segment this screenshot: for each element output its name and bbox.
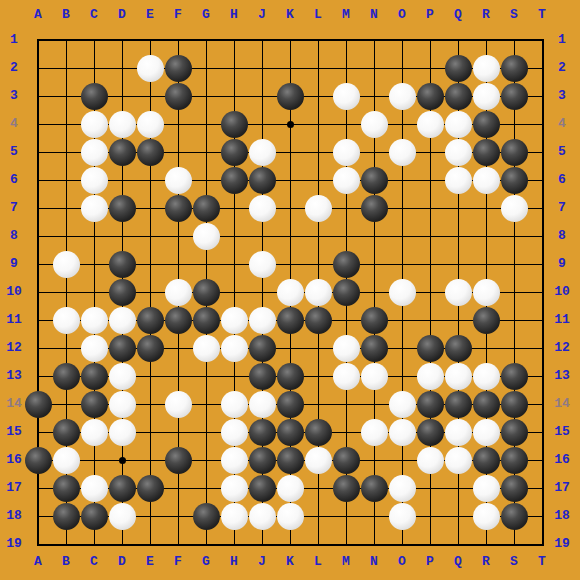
column-label-bottom-f: F bbox=[164, 554, 192, 570]
column-label-bottom-b: B bbox=[52, 554, 80, 570]
column-label-top-t: T bbox=[528, 7, 556, 23]
white-stone-f14[interactable] bbox=[165, 391, 192, 418]
black-stone-s5[interactable] bbox=[501, 139, 528, 166]
column-label-top-j: J bbox=[248, 7, 276, 23]
white-stone-q5[interactable] bbox=[445, 139, 472, 166]
black-stone-k3[interactable] bbox=[277, 83, 304, 110]
white-stone-q4[interactable] bbox=[445, 111, 472, 138]
column-label-bottom-a: A bbox=[24, 554, 52, 570]
white-stone-c6[interactable] bbox=[81, 167, 108, 194]
white-stone-o15[interactable] bbox=[389, 419, 416, 446]
white-stone-h18[interactable] bbox=[221, 503, 248, 530]
white-stone-k10[interactable] bbox=[277, 279, 304, 306]
white-stone-n4[interactable] bbox=[361, 111, 388, 138]
white-stone-g12[interactable] bbox=[193, 335, 220, 362]
white-stone-l7[interactable] bbox=[305, 195, 332, 222]
column-label-top-d: D bbox=[108, 7, 136, 23]
white-stone-m13[interactable] bbox=[333, 363, 360, 390]
white-stone-h15[interactable] bbox=[221, 419, 248, 446]
white-stone-o18[interactable] bbox=[389, 503, 416, 530]
row-label-left-1: 1 bbox=[0, 32, 28, 48]
row-label-left-5: 5 bbox=[0, 144, 28, 160]
black-stone-r14[interactable] bbox=[473, 391, 500, 418]
row-label-right-18: 18 bbox=[548, 508, 576, 524]
black-stone-d17[interactable] bbox=[109, 475, 136, 502]
black-stone-l11[interactable] bbox=[305, 307, 332, 334]
row-label-left-15: 15 bbox=[0, 424, 28, 440]
white-stone-n15[interactable] bbox=[361, 419, 388, 446]
white-stone-f10[interactable] bbox=[165, 279, 192, 306]
black-stone-m10[interactable] bbox=[333, 279, 360, 306]
row-label-right-6: 6 bbox=[548, 172, 576, 188]
black-stone-j13[interactable] bbox=[249, 363, 276, 390]
white-stone-d4[interactable] bbox=[109, 111, 136, 138]
black-stone-m17[interactable] bbox=[333, 475, 360, 502]
black-stone-b17[interactable] bbox=[53, 475, 80, 502]
white-stone-b16[interactable] bbox=[53, 447, 80, 474]
white-stone-r15[interactable] bbox=[473, 419, 500, 446]
black-stone-n12[interactable] bbox=[361, 335, 388, 362]
black-stone-m9[interactable] bbox=[333, 251, 360, 278]
white-stone-j14[interactable] bbox=[249, 391, 276, 418]
row-label-right-8: 8 bbox=[548, 228, 576, 244]
column-label-bottom-d: D bbox=[108, 554, 136, 570]
white-stone-d14[interactable] bbox=[109, 391, 136, 418]
black-stone-c18[interactable] bbox=[81, 503, 108, 530]
row-label-left-16: 16 bbox=[0, 452, 28, 468]
black-stone-b15[interactable] bbox=[53, 419, 80, 446]
black-stone-s2[interactable] bbox=[501, 55, 528, 82]
white-stone-p4[interactable] bbox=[417, 111, 444, 138]
white-stone-m3[interactable] bbox=[333, 83, 360, 110]
black-stone-s17[interactable] bbox=[501, 475, 528, 502]
white-stone-c15[interactable] bbox=[81, 419, 108, 446]
white-stone-p13[interactable] bbox=[417, 363, 444, 390]
column-label-bottom-k: K bbox=[276, 554, 304, 570]
black-stone-r11[interactable] bbox=[473, 307, 500, 334]
row-label-left-14: 14 bbox=[0, 396, 28, 412]
column-label-bottom-t: T bbox=[528, 554, 556, 570]
white-stone-c11[interactable] bbox=[81, 307, 108, 334]
column-label-top-b: B bbox=[52, 7, 80, 23]
black-stone-j15[interactable] bbox=[249, 419, 276, 446]
white-stone-c17[interactable] bbox=[81, 475, 108, 502]
column-label-bottom-r: R bbox=[472, 554, 500, 570]
black-stone-f16[interactable] bbox=[165, 447, 192, 474]
column-label-bottom-l: L bbox=[304, 554, 332, 570]
black-stone-s13[interactable] bbox=[501, 363, 528, 390]
white-stone-d13[interactable] bbox=[109, 363, 136, 390]
column-label-top-e: E bbox=[136, 7, 164, 23]
white-stone-e2[interactable] bbox=[137, 55, 164, 82]
row-label-right-11: 11 bbox=[548, 312, 576, 328]
go-board[interactable]: AABBCCDDEEFFGGHHJJKKLLMMNNOOPPQQRRSSTT11… bbox=[0, 0, 580, 580]
row-label-right-16: 16 bbox=[548, 452, 576, 468]
row-label-left-9: 9 bbox=[0, 256, 28, 272]
column-label-bottom-n: N bbox=[360, 554, 388, 570]
black-stone-k15[interactable] bbox=[277, 419, 304, 446]
white-stone-d15[interactable] bbox=[109, 419, 136, 446]
black-stone-k16[interactable] bbox=[277, 447, 304, 474]
column-label-top-h: H bbox=[220, 7, 248, 23]
black-stone-s3[interactable] bbox=[501, 83, 528, 110]
column-label-top-s: S bbox=[500, 7, 528, 23]
black-stone-k14[interactable] bbox=[277, 391, 304, 418]
black-stone-k13[interactable] bbox=[277, 363, 304, 390]
white-stone-o14[interactable] bbox=[389, 391, 416, 418]
column-label-top-l: L bbox=[304, 7, 332, 23]
column-label-top-a: A bbox=[24, 7, 52, 23]
black-stone-k11[interactable] bbox=[277, 307, 304, 334]
black-stone-g7[interactable] bbox=[193, 195, 220, 222]
white-stone-c7[interactable] bbox=[81, 195, 108, 222]
row-label-right-15: 15 bbox=[548, 424, 576, 440]
row-label-right-3: 3 bbox=[548, 88, 576, 104]
white-stone-h11[interactable] bbox=[221, 307, 248, 334]
black-stone-q14[interactable] bbox=[445, 391, 472, 418]
white-stone-f6[interactable] bbox=[165, 167, 192, 194]
white-stone-s7[interactable] bbox=[501, 195, 528, 222]
column-label-top-o: O bbox=[388, 7, 416, 23]
white-stone-q13[interactable] bbox=[445, 363, 472, 390]
white-stone-d11[interactable] bbox=[109, 307, 136, 334]
black-stone-a14[interactable] bbox=[25, 391, 52, 418]
star-point-d16 bbox=[119, 457, 126, 464]
column-label-top-k: K bbox=[276, 7, 304, 23]
white-stone-b9[interactable] bbox=[53, 251, 80, 278]
black-stone-q2[interactable] bbox=[445, 55, 472, 82]
black-stone-e11[interactable] bbox=[137, 307, 164, 334]
row-label-left-4: 4 bbox=[0, 116, 28, 132]
white-stone-c12[interactable] bbox=[81, 335, 108, 362]
black-stone-m16[interactable] bbox=[333, 447, 360, 474]
white-stone-k17[interactable] bbox=[277, 475, 304, 502]
star-point-k4 bbox=[287, 121, 294, 128]
row-label-right-12: 12 bbox=[548, 340, 576, 356]
black-stone-r4[interactable] bbox=[473, 111, 500, 138]
row-label-left-11: 11 bbox=[0, 312, 28, 328]
white-stone-h14[interactable] bbox=[221, 391, 248, 418]
white-stone-n13[interactable] bbox=[361, 363, 388, 390]
column-label-bottom-c: C bbox=[80, 554, 108, 570]
row-label-right-13: 13 bbox=[548, 368, 576, 384]
white-stone-j9[interactable] bbox=[249, 251, 276, 278]
column-label-bottom-h: H bbox=[220, 554, 248, 570]
row-label-right-4: 4 bbox=[548, 116, 576, 132]
row-label-right-17: 17 bbox=[548, 480, 576, 496]
white-stone-d18[interactable] bbox=[109, 503, 136, 530]
black-stone-s6[interactable] bbox=[501, 167, 528, 194]
row-label-left-2: 2 bbox=[0, 60, 28, 76]
column-label-top-q: Q bbox=[444, 7, 472, 23]
white-stone-j5[interactable] bbox=[249, 139, 276, 166]
white-stone-q16[interactable] bbox=[445, 447, 472, 474]
white-stone-r2[interactable] bbox=[473, 55, 500, 82]
white-stone-j11[interactable] bbox=[249, 307, 276, 334]
black-stone-c3[interactable] bbox=[81, 83, 108, 110]
column-label-top-f: F bbox=[164, 7, 192, 23]
column-label-bottom-m: M bbox=[332, 554, 360, 570]
white-stone-r17[interactable] bbox=[473, 475, 500, 502]
black-stone-s14[interactable] bbox=[501, 391, 528, 418]
column-label-top-c: C bbox=[80, 7, 108, 23]
black-stone-p14[interactable] bbox=[417, 391, 444, 418]
white-stone-m5[interactable] bbox=[333, 139, 360, 166]
black-stone-q3[interactable] bbox=[445, 83, 472, 110]
black-stone-j16[interactable] bbox=[249, 447, 276, 474]
black-stone-d5[interactable] bbox=[109, 139, 136, 166]
row-label-right-1: 1 bbox=[548, 32, 576, 48]
column-label-top-g: G bbox=[192, 7, 220, 23]
white-stone-r18[interactable] bbox=[473, 503, 500, 530]
white-stone-h17[interactable] bbox=[221, 475, 248, 502]
row-label-left-19: 19 bbox=[0, 536, 28, 552]
column-label-bottom-e: E bbox=[136, 554, 164, 570]
row-label-left-10: 10 bbox=[0, 284, 28, 300]
white-stone-c5[interactable] bbox=[81, 139, 108, 166]
row-label-right-5: 5 bbox=[548, 144, 576, 160]
white-stone-r13[interactable] bbox=[473, 363, 500, 390]
white-stone-j7[interactable] bbox=[249, 195, 276, 222]
row-label-right-10: 10 bbox=[548, 284, 576, 300]
black-stone-j17[interactable] bbox=[249, 475, 276, 502]
white-stone-o3[interactable] bbox=[389, 83, 416, 110]
row-label-left-8: 8 bbox=[0, 228, 28, 244]
column-label-top-m: M bbox=[332, 7, 360, 23]
black-stone-f2[interactable] bbox=[165, 55, 192, 82]
black-stone-b13[interactable] bbox=[53, 363, 80, 390]
black-stone-g18[interactable] bbox=[193, 503, 220, 530]
white-stone-o17[interactable] bbox=[389, 475, 416, 502]
row-label-left-18: 18 bbox=[0, 508, 28, 524]
black-stone-e12[interactable] bbox=[137, 335, 164, 362]
black-stone-d12[interactable] bbox=[109, 335, 136, 362]
row-label-left-17: 17 bbox=[0, 480, 28, 496]
black-stone-c13[interactable] bbox=[81, 363, 108, 390]
white-stone-h16[interactable] bbox=[221, 447, 248, 474]
black-stone-f11[interactable] bbox=[165, 307, 192, 334]
white-stone-e4[interactable] bbox=[137, 111, 164, 138]
column-label-bottom-o: O bbox=[388, 554, 416, 570]
black-stone-p15[interactable] bbox=[417, 419, 444, 446]
black-stone-c14[interactable] bbox=[81, 391, 108, 418]
black-stone-l15[interactable] bbox=[305, 419, 332, 446]
black-stone-r5[interactable] bbox=[473, 139, 500, 166]
row-label-left-6: 6 bbox=[0, 172, 28, 188]
column-label-top-n: N bbox=[360, 7, 388, 23]
white-stone-r10[interactable] bbox=[473, 279, 500, 306]
black-stone-p12[interactable] bbox=[417, 335, 444, 362]
row-label-left-7: 7 bbox=[0, 200, 28, 216]
column-label-bottom-s: S bbox=[500, 554, 528, 570]
white-stone-b11[interactable] bbox=[53, 307, 80, 334]
row-label-right-2: 2 bbox=[548, 60, 576, 76]
black-stone-j12[interactable] bbox=[249, 335, 276, 362]
black-stone-j6[interactable] bbox=[249, 167, 276, 194]
black-stone-s15[interactable] bbox=[501, 419, 528, 446]
black-stone-a16[interactable] bbox=[25, 447, 52, 474]
white-stone-p16[interactable] bbox=[417, 447, 444, 474]
column-label-top-r: R bbox=[472, 7, 500, 23]
black-stone-q12[interactable] bbox=[445, 335, 472, 362]
black-stone-r16[interactable] bbox=[473, 447, 500, 474]
row-label-left-13: 13 bbox=[0, 368, 28, 384]
black-stone-h6[interactable] bbox=[221, 167, 248, 194]
black-stone-h4[interactable] bbox=[221, 111, 248, 138]
row-label-right-7: 7 bbox=[548, 200, 576, 216]
black-stone-d10[interactable] bbox=[109, 279, 136, 306]
column-label-bottom-p: P bbox=[416, 554, 444, 570]
column-label-bottom-g: G bbox=[192, 554, 220, 570]
black-stone-f3[interactable] bbox=[165, 83, 192, 110]
black-stone-h5[interactable] bbox=[221, 139, 248, 166]
white-stone-r6[interactable] bbox=[473, 167, 500, 194]
black-stone-p3[interactable] bbox=[417, 83, 444, 110]
column-label-bottom-j: J bbox=[248, 554, 276, 570]
row-label-right-14: 14 bbox=[548, 396, 576, 412]
column-label-bottom-q: Q bbox=[444, 554, 472, 570]
white-stone-q10[interactable] bbox=[445, 279, 472, 306]
white-stone-j18[interactable] bbox=[249, 503, 276, 530]
row-label-left-3: 3 bbox=[0, 88, 28, 104]
white-stone-o5[interactable] bbox=[389, 139, 416, 166]
black-stone-g10[interactable] bbox=[193, 279, 220, 306]
black-stone-n7[interactable] bbox=[361, 195, 388, 222]
black-stone-n17[interactable] bbox=[361, 475, 388, 502]
black-stone-d9[interactable] bbox=[109, 251, 136, 278]
white-stone-h12[interactable] bbox=[221, 335, 248, 362]
black-stone-d7[interactable] bbox=[109, 195, 136, 222]
black-stone-e5[interactable] bbox=[137, 139, 164, 166]
black-stone-b18[interactable] bbox=[53, 503, 80, 530]
black-stone-n6[interactable] bbox=[361, 167, 388, 194]
black-stone-e17[interactable] bbox=[137, 475, 164, 502]
column-label-top-p: P bbox=[416, 7, 444, 23]
black-stone-f7[interactable] bbox=[165, 195, 192, 222]
white-stone-q15[interactable] bbox=[445, 419, 472, 446]
black-stone-n11[interactable] bbox=[361, 307, 388, 334]
row-label-right-9: 9 bbox=[548, 256, 576, 272]
white-stone-c4[interactable] bbox=[81, 111, 108, 138]
white-stone-l10[interactable] bbox=[305, 279, 332, 306]
white-stone-m12[interactable] bbox=[333, 335, 360, 362]
white-stone-l16[interactable] bbox=[305, 447, 332, 474]
white-stone-o10[interactable] bbox=[389, 279, 416, 306]
white-stone-m6[interactable] bbox=[333, 167, 360, 194]
row-label-left-12: 12 bbox=[0, 340, 28, 356]
black-stone-g11[interactable] bbox=[193, 307, 220, 334]
white-stone-r3[interactable] bbox=[473, 83, 500, 110]
black-stone-s18[interactable] bbox=[501, 503, 528, 530]
row-label-right-19: 19 bbox=[548, 536, 576, 552]
white-stone-k18[interactable] bbox=[277, 503, 304, 530]
white-stone-q6[interactable] bbox=[445, 167, 472, 194]
white-stone-g8[interactable] bbox=[193, 223, 220, 250]
black-stone-s16[interactable] bbox=[501, 447, 528, 474]
